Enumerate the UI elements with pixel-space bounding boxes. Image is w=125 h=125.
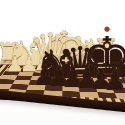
dark-pawn-6[interactable]: ♟ bbox=[102, 67, 125, 95]
pieces-layer: ♜♞♝♛♚♝♞♜♟♟♟♟♟♟♟♟♞♝♛♝♚●♞♟♟♟♟♟♟ bbox=[0, 0, 125, 125]
chess-set-photo: ♜♞♝♛♚♝♞♜♟♟♟♟♟♟♟♟♞♝♛♝♚●♞♟♟♟♟♟♟ bbox=[0, 0, 125, 125]
